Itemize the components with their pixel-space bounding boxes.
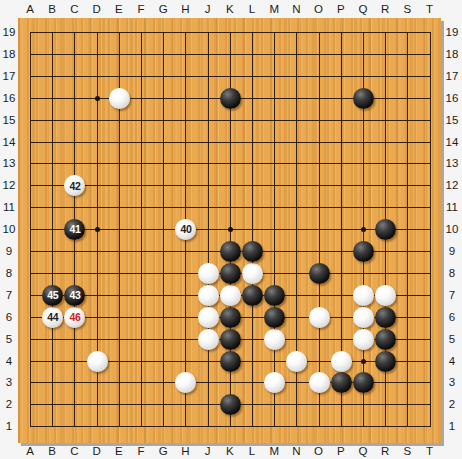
stone-black-Q9	[353, 241, 374, 262]
coord-bottom-T: T	[426, 445, 433, 457]
coord-top-G: G	[159, 3, 168, 15]
coord-bottom-K: K	[226, 445, 234, 457]
stone-black-B7: 45	[42, 285, 63, 306]
stone-white-H3	[175, 372, 196, 393]
stone-white-J7	[198, 285, 219, 306]
coord-right-16: 16	[446, 92, 459, 104]
coord-bottom-R: R	[381, 445, 389, 457]
stone-white-K7	[220, 285, 241, 306]
stone-black-K5	[220, 329, 241, 350]
coord-top-F: F	[137, 3, 144, 15]
coord-bottom-J: J	[205, 445, 211, 457]
coord-left-5: 5	[6, 333, 12, 345]
stone-black-C7: 43	[64, 285, 85, 306]
coord-bottom-S: S	[404, 445, 412, 457]
coord-right-7: 7	[449, 289, 455, 301]
coord-left-2: 2	[6, 398, 12, 410]
coord-left-11: 11	[3, 201, 15, 213]
stone-black-L9	[242, 241, 263, 262]
coord-top-C: C	[70, 3, 78, 15]
coord-left-18: 18	[3, 48, 16, 60]
stone-white-O3	[309, 372, 330, 393]
coord-top-H: H	[181, 3, 189, 15]
stone-black-M6	[264, 307, 285, 328]
move-number-46: 46	[70, 312, 81, 323]
stone-white-M3	[264, 372, 285, 393]
stone-white-P4	[331, 351, 352, 372]
coord-right-9: 9	[449, 245, 455, 257]
stone-black-R6	[375, 307, 396, 328]
move-number-40: 40	[181, 224, 192, 235]
move-number-43: 43	[70, 290, 81, 301]
coord-right-17: 17	[446, 70, 459, 82]
coord-right-6: 6	[449, 311, 455, 323]
coord-right-18: 18	[446, 48, 459, 60]
stone-black-K8	[220, 263, 241, 284]
coord-bottom-E: E	[115, 445, 123, 457]
grid-hline	[30, 426, 431, 427]
coord-bottom-P: P	[337, 445, 345, 457]
grid-vline	[430, 32, 431, 427]
stone-black-P3	[331, 372, 352, 393]
stone-white-L8	[242, 263, 263, 284]
stone-black-O8	[309, 263, 330, 284]
coord-right-1: 1	[449, 420, 455, 432]
stone-white-R7	[375, 285, 396, 306]
coord-left-8: 8	[6, 267, 12, 279]
stone-black-M7	[264, 285, 285, 306]
coord-right-8: 8	[449, 267, 455, 279]
stone-white-C6: 46	[64, 307, 85, 328]
coord-bottom-H: H	[181, 445, 189, 457]
go-board[interactable]: 40424446414345	[18, 18, 441, 443]
coord-top-L: L	[249, 3, 255, 15]
coord-left-6: 6	[6, 311, 12, 323]
coord-bottom-C: C	[70, 445, 78, 457]
coord-top-S: S	[404, 3, 412, 15]
coord-top-N: N	[292, 3, 300, 15]
grid-vline	[319, 32, 320, 427]
coord-left-15: 15	[3, 114, 16, 126]
coord-right-3: 3	[449, 376, 455, 388]
coord-right-19: 19	[446, 26, 459, 38]
coord-top-Q: Q	[359, 3, 368, 15]
stone-black-L7	[242, 285, 263, 306]
stone-white-E16	[109, 88, 130, 109]
coord-left-13: 13	[3, 157, 16, 169]
coord-left-4: 4	[6, 355, 12, 367]
grid-vline	[407, 32, 408, 427]
stone-white-D4	[87, 351, 108, 372]
coord-left-19: 19	[3, 26, 16, 38]
stone-black-R5	[375, 329, 396, 350]
stone-white-N4	[286, 351, 307, 372]
coord-bottom-D: D	[92, 445, 100, 457]
stone-white-J8	[198, 263, 219, 284]
stone-white-C12: 42	[64, 175, 85, 196]
stone-black-K6	[220, 307, 241, 328]
coord-top-A: A	[26, 3, 34, 15]
coord-top-R: R	[381, 3, 389, 15]
star-point-Q4	[361, 359, 366, 364]
go-diagram-page: 40424446414345 ABCDEFGHJKLMNOPQRST ABCDE…	[0, 0, 462, 459]
coord-top-E: E	[115, 3, 123, 15]
stone-white-O6	[309, 307, 330, 328]
stone-white-B6: 44	[42, 307, 63, 328]
stone-black-K2	[220, 394, 241, 415]
coord-bottom-L: L	[249, 445, 255, 457]
coord-top-O: O	[314, 3, 323, 15]
coord-top-T: T	[426, 3, 433, 15]
coord-bottom-Q: Q	[359, 445, 368, 457]
coord-right-10: 10	[446, 223, 459, 235]
coord-top-B: B	[48, 3, 56, 15]
coord-right-2: 2	[449, 398, 455, 410]
grid-vline	[274, 32, 275, 427]
star-point-K10	[228, 227, 233, 232]
stone-white-Q5	[353, 329, 374, 350]
coord-left-16: 16	[3, 92, 16, 104]
coord-left-12: 12	[3, 179, 16, 191]
stone-white-Q6	[353, 307, 374, 328]
coord-right-15: 15	[446, 114, 459, 126]
coord-left-10: 10	[3, 223, 16, 235]
coord-right-4: 4	[449, 355, 455, 367]
coord-bottom-M: M	[269, 445, 279, 457]
stone-white-J6	[198, 307, 219, 328]
move-number-41: 41	[70, 224, 81, 235]
stone-black-K9	[220, 241, 241, 262]
coord-top-J: J	[205, 3, 211, 15]
stone-black-K4	[220, 351, 241, 372]
coord-left-14: 14	[3, 136, 16, 148]
coord-bottom-G: G	[159, 445, 168, 457]
coord-left-7: 7	[6, 289, 12, 301]
coord-right-11: 11	[446, 201, 458, 213]
star-point-Q10	[361, 227, 366, 232]
stone-black-C10: 41	[64, 219, 85, 240]
coord-right-13: 13	[446, 157, 459, 169]
coord-right-5: 5	[449, 333, 455, 345]
coord-top-P: P	[337, 3, 345, 15]
coord-right-14: 14	[446, 136, 459, 148]
stone-white-J5	[198, 329, 219, 350]
coord-left-3: 3	[6, 376, 12, 388]
coord-bottom-N: N	[292, 445, 300, 457]
star-point-D10	[95, 227, 100, 232]
stone-black-K16	[220, 88, 241, 109]
stone-black-R4	[375, 351, 396, 372]
stone-black-R10	[375, 219, 396, 240]
stone-black-Q3	[353, 372, 374, 393]
coord-left-1: 1	[6, 420, 12, 432]
move-number-44: 44	[47, 312, 58, 323]
star-point-D16	[95, 96, 100, 101]
stone-black-Q16	[353, 88, 374, 109]
grid-vline	[252, 32, 253, 427]
coord-right-12: 12	[446, 179, 459, 191]
coord-left-9: 9	[6, 245, 12, 257]
stone-white-Q7	[353, 285, 374, 306]
stone-white-H10: 40	[175, 219, 196, 240]
stone-white-M5	[264, 329, 285, 350]
move-number-42: 42	[70, 181, 81, 192]
coord-top-D: D	[92, 3, 100, 15]
coord-left-17: 17	[3, 70, 16, 82]
move-number-45: 45	[47, 290, 58, 301]
coord-top-M: M	[269, 3, 279, 15]
coord-bottom-F: F	[137, 445, 144, 457]
coord-bottom-B: B	[48, 445, 56, 457]
coord-bottom-A: A	[26, 445, 34, 457]
coord-bottom-O: O	[314, 445, 323, 457]
coord-top-K: K	[226, 3, 234, 15]
